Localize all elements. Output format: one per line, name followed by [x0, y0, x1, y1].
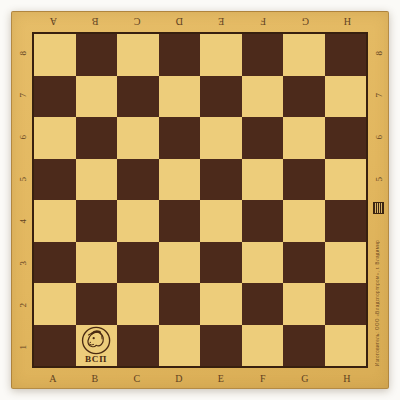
square-d3[interactable] [159, 242, 201, 284]
coord-label: A [32, 12, 74, 32]
square-g1[interactable] [283, 325, 325, 367]
square-a6[interactable] [34, 117, 76, 159]
square-h7[interactable] [325, 76, 367, 118]
square-a8[interactable] [34, 34, 76, 76]
square-c6[interactable] [117, 117, 159, 159]
square-g2[interactable] [283, 283, 325, 325]
rank-labels-left: 87654321 [12, 32, 32, 368]
coord-label: 4 [12, 200, 32, 242]
logo-text: ВСП [85, 354, 107, 364]
square-e6[interactable] [200, 117, 242, 159]
square-f6[interactable] [242, 117, 284, 159]
square-g6[interactable] [283, 117, 325, 159]
square-b1[interactable]: ВСП [76, 325, 118, 367]
square-d7[interactable] [159, 76, 201, 118]
coord-label: D [158, 12, 200, 32]
square-d8[interactable] [159, 34, 201, 76]
coord-label: H [326, 368, 368, 388]
rank-labels-right: 8765Изготовитель: ООО «Владспортпром», г… [368, 32, 388, 368]
square-g3[interactable] [283, 242, 325, 284]
coord-label: 7 [12, 74, 32, 116]
square-g5[interactable] [283, 159, 325, 201]
square-b2[interactable] [76, 283, 118, 325]
file-labels-top: ABCDEFGH [32, 12, 368, 32]
square-g7[interactable] [283, 76, 325, 118]
coord-label: 7 [368, 74, 388, 116]
square-e1[interactable] [200, 325, 242, 367]
square-b4[interactable] [76, 200, 118, 242]
coord-label: C [116, 368, 158, 388]
coord-label: 3 [12, 242, 32, 284]
square-f3[interactable] [242, 242, 284, 284]
coord-label: B [74, 12, 116, 32]
coord-label: D [158, 368, 200, 388]
square-a5[interactable] [34, 159, 76, 201]
square-e4[interactable] [200, 200, 242, 242]
square-h3[interactable] [325, 242, 367, 284]
square-g4[interactable] [283, 200, 325, 242]
square-d4[interactable] [159, 200, 201, 242]
square-h8[interactable] [325, 34, 367, 76]
chess-board: ABCDEFGH ABCDEFGH 87654321 8765Изготовит… [11, 11, 389, 389]
square-b8[interactable] [76, 34, 118, 76]
coord-label: 6 [12, 116, 32, 158]
square-f8[interactable] [242, 34, 284, 76]
vsp-logo: ВСП [76, 325, 118, 367]
square-g8[interactable] [283, 34, 325, 76]
manufacturer-vertical-text: Изготовитель: ООО «Владспортпром», г. Вл… [375, 217, 381, 368]
square-c8[interactable] [117, 34, 159, 76]
square-a1[interactable] [34, 325, 76, 367]
coord-label: 5 [12, 158, 32, 200]
square-c4[interactable] [117, 200, 159, 242]
coord-label: F [242, 12, 284, 32]
square-b3[interactable] [76, 242, 118, 284]
square-e7[interactable] [200, 76, 242, 118]
coord-label: F [242, 368, 284, 388]
coord-label: A [32, 368, 74, 388]
square-e2[interactable] [200, 283, 242, 325]
coord-label: E [200, 368, 242, 388]
square-c5[interactable] [117, 159, 159, 201]
coord-label: B [74, 368, 116, 388]
coord-label: 5 [368, 158, 388, 200]
square-a2[interactable] [34, 283, 76, 325]
coord-label: 2 [12, 284, 32, 326]
square-c3[interactable] [117, 242, 159, 284]
square-c1[interactable] [117, 325, 159, 367]
barcode-stamp-icon [373, 202, 384, 214]
coord-label: 6 [368, 116, 388, 158]
coord-label: G [284, 12, 326, 32]
coord-label: 8 [12, 32, 32, 74]
square-b7[interactable] [76, 76, 118, 118]
square-b5[interactable] [76, 159, 118, 201]
square-a7[interactable] [34, 76, 76, 118]
coord-label: C [116, 12, 158, 32]
square-f7[interactable] [242, 76, 284, 118]
coord-label: E [200, 12, 242, 32]
coord-label: 1 [12, 326, 32, 368]
square-h4[interactable] [325, 200, 367, 242]
square-f2[interactable] [242, 283, 284, 325]
coord-label: 8 [368, 32, 388, 74]
square-h5[interactable] [325, 159, 367, 201]
square-f4[interactable] [242, 200, 284, 242]
file-labels-bottom: ABCDEFGH [32, 368, 368, 388]
pony-in-cap-knight-logo: ВСП [77, 325, 115, 365]
square-a3[interactable] [34, 242, 76, 284]
square-a4[interactable] [34, 200, 76, 242]
board-photo: ABCDEFGH ABCDEFGH 87654321 8765Изготовит… [0, 0, 400, 400]
square-c7[interactable] [117, 76, 159, 118]
board-grid: ВСП [32, 32, 368, 368]
square-e5[interactable] [200, 159, 242, 201]
square-d6[interactable] [159, 117, 201, 159]
square-h1[interactable] [325, 325, 367, 367]
square-h2[interactable] [325, 283, 367, 325]
square-h6[interactable] [325, 117, 367, 159]
square-b6[interactable] [76, 117, 118, 159]
square-d2[interactable] [159, 283, 201, 325]
square-f5[interactable] [242, 159, 284, 201]
square-d5[interactable] [159, 159, 201, 201]
square-f1[interactable] [242, 325, 284, 367]
square-e8[interactable] [200, 34, 242, 76]
square-c2[interactable] [117, 283, 159, 325]
square-e3[interactable] [200, 242, 242, 284]
square-d1[interactable] [159, 325, 201, 367]
coord-label: G [284, 368, 326, 388]
coord-label: H [326, 12, 368, 32]
